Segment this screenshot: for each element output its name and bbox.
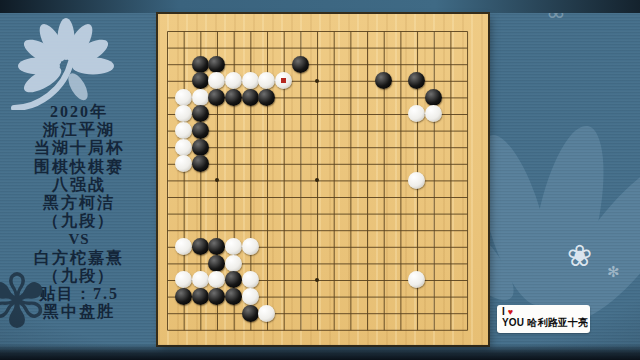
stone-white — [208, 72, 225, 89]
top-edge-strip — [0, 0, 640, 13]
stone-white — [408, 105, 425, 122]
last-move-marker — [281, 78, 286, 83]
stone-black — [375, 72, 392, 89]
stone-white — [242, 288, 259, 305]
stone-black — [208, 255, 225, 272]
heart-icon: ♥ — [508, 308, 513, 317]
flower-sparkle-icon: ✻ — [607, 263, 620, 281]
stone-black — [192, 139, 209, 156]
stone-black — [192, 72, 209, 89]
stone-white — [175, 155, 192, 172]
stone-black — [208, 56, 225, 73]
stone-black — [208, 89, 225, 106]
stone-black — [425, 89, 442, 106]
stone-white — [225, 72, 242, 89]
stone-white — [275, 72, 292, 89]
lotus-flower-icon — [4, 14, 122, 110]
go-board — [158, 14, 488, 345]
panel-line: 黑方柯洁 — [0, 194, 158, 212]
panel-line: 浙江平湖 — [0, 121, 158, 139]
panel-line: VS — [0, 230, 158, 248]
stone-white — [225, 255, 242, 272]
stone-white — [258, 305, 275, 322]
stone-white — [408, 172, 425, 189]
panel-line: 2020年 — [0, 103, 158, 121]
stone-black — [192, 238, 209, 255]
panel-line: 围棋快棋赛 — [0, 158, 158, 176]
stone-black — [225, 288, 242, 305]
stone-black — [292, 56, 309, 73]
stones-layer — [159, 23, 475, 338]
stone-black — [175, 288, 192, 305]
stone-black — [242, 89, 259, 106]
stone-white — [175, 105, 192, 122]
stone-black — [208, 288, 225, 305]
stone-black — [192, 288, 209, 305]
stone-black — [208, 238, 225, 255]
stone-white — [192, 271, 209, 288]
stone-black — [192, 122, 209, 139]
left-panel: ✾ 2020年浙江平湖当湖十局杯围棋快棋赛八强战黑方柯洁（九段）VS白方柁嘉熹（… — [0, 0, 158, 360]
stone-white — [258, 72, 275, 89]
stone-black — [192, 155, 209, 172]
panel-line: （九段） — [0, 212, 158, 230]
logo-line1: I ♥ — [502, 307, 586, 317]
stone-white — [425, 105, 442, 122]
stone-white — [408, 271, 425, 288]
stone-black — [225, 271, 242, 288]
stone-black — [192, 56, 209, 73]
panel-line: 当湖十局杯 — [0, 139, 158, 157]
flower-icon: ❀ — [567, 238, 592, 273]
stone-white — [225, 238, 242, 255]
stone-white — [242, 238, 259, 255]
stone-white — [175, 122, 192, 139]
stone-white — [208, 271, 225, 288]
stone-black — [408, 72, 425, 89]
stone-black — [192, 105, 209, 122]
video-frame: ❀ ✻ ❀ ✾ 2020年浙江平湖当湖十局杯围棋快棋赛八强战黑方柯洁（九段）VS… — [0, 0, 640, 360]
stone-white — [242, 271, 259, 288]
stone-white — [242, 72, 259, 89]
stone-white — [175, 89, 192, 106]
stone-black — [258, 89, 275, 106]
logo-line2: YOU 哈利路亚十亮 — [502, 317, 586, 329]
stone-black — [242, 305, 259, 322]
bottom-edge-strip — [0, 344, 640, 360]
stone-white — [175, 238, 192, 255]
stone-white — [192, 89, 209, 106]
stone-black — [225, 89, 242, 106]
flower-silhouette-icon: ✾ — [0, 264, 48, 338]
stone-white — [175, 139, 192, 156]
stone-white — [175, 271, 192, 288]
panel-line: 八强战 — [0, 176, 158, 194]
watermark-logo: I ♥ YOU 哈利路亚十亮 — [497, 305, 590, 333]
logo-i-text: I — [502, 307, 505, 317]
